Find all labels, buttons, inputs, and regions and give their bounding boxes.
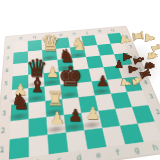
chess-set-photo: abcdefgh abcdefgh 87654321 87654321 ♛♞♞♛… (0, 0, 160, 160)
captured-pile-shadow (114, 44, 160, 90)
piece-white-pawn-c2: ♟ (39, 109, 73, 130)
piece-black-pawn-f4: ♟ (87, 73, 117, 92)
piece-black-knight-a3: ♞ (3, 90, 36, 117)
captured-white-pawn: ♟ (143, 32, 157, 45)
